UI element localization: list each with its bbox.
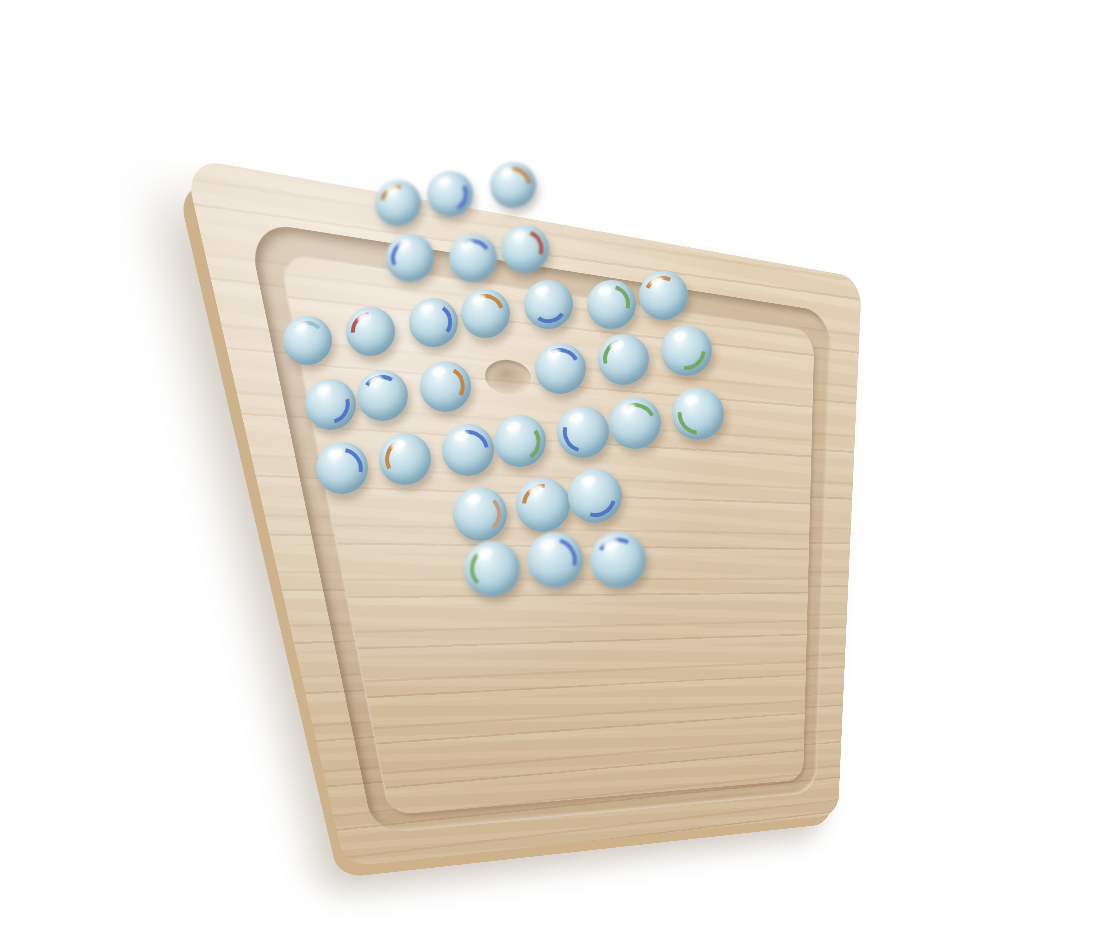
marble-c1[interactable] xyxy=(375,180,421,226)
marble-e3[interactable] xyxy=(524,280,573,329)
marble-d5[interactable] xyxy=(494,415,546,467)
marble-e7[interactable] xyxy=(590,532,646,588)
marble-b4[interactable] xyxy=(357,370,408,421)
marble-c3[interactable] xyxy=(409,298,458,347)
marble-e1[interactable] xyxy=(490,162,536,208)
marble-d6[interactable] xyxy=(516,478,570,532)
marble-c4[interactable] xyxy=(420,361,471,412)
marble-a4[interactable] xyxy=(305,379,356,430)
marble-g5[interactable] xyxy=(672,388,724,440)
marble-swirl xyxy=(488,160,539,211)
photo-scene xyxy=(0,0,1119,935)
marble-d2[interactable] xyxy=(449,234,497,282)
marble-e4[interactable] xyxy=(535,343,586,394)
marble-c7[interactable] xyxy=(464,541,520,597)
marble-f5[interactable] xyxy=(609,397,661,449)
marble-g3[interactable] xyxy=(639,271,688,320)
marble-a3[interactable] xyxy=(283,316,332,365)
marble-a5[interactable] xyxy=(316,442,368,494)
marble-g4[interactable] xyxy=(661,325,712,376)
marble-c6[interactable] xyxy=(453,487,507,541)
marble-swirl xyxy=(609,397,661,449)
marble-d3[interactable] xyxy=(461,289,510,338)
marble-f3[interactable] xyxy=(587,280,636,329)
marble-c5[interactable] xyxy=(442,424,494,476)
marble-b3[interactable] xyxy=(346,307,395,356)
marble-d1[interactable] xyxy=(427,171,473,217)
marble-e6[interactable] xyxy=(568,469,622,523)
marble-b5[interactable] xyxy=(379,433,431,485)
marble-e5[interactable] xyxy=(557,406,609,458)
marble-f4[interactable] xyxy=(598,334,649,385)
marble-d7[interactable] xyxy=(527,532,583,588)
marble-e2[interactable] xyxy=(501,225,549,273)
marble-c2[interactable] xyxy=(386,234,434,282)
